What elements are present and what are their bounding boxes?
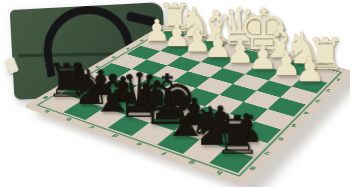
bag-zipper-tag — [4, 57, 19, 75]
coordinate-file-b-near: b — [62, 115, 77, 122]
coordinate-rank-5-right: 5 — [287, 121, 301, 128]
product-photo-canvas: ♜♞♝♛♚♝♞♜♟♟♟♟♟♟♟♟♟♟♟♟♟♟♟♟♜♞♝♛♚♝♞♜ aa11bb2… — [0, 0, 350, 187]
coordinate-rank-3-right: 3 — [311, 98, 324, 104]
coordinate-rank-6-right: 6 — [274, 134, 289, 142]
coordinate-rank-4-right: 4 — [300, 109, 314, 116]
coordinate-rank-8-right: 8 — [245, 163, 261, 172]
coordinate-rank-7-right: 7 — [260, 148, 275, 156]
square-h3 — [280, 87, 316, 105]
coordinate-file-a-near: a — [40, 108, 55, 115]
square-e6 — [166, 99, 205, 118]
coordinate-rank-1-right: 1 — [333, 76, 346, 82]
coordinate-rank-2-right: 2 — [322, 87, 335, 93]
bag-strap — [126, 11, 161, 27]
square-a8: ♜ — [42, 93, 82, 112]
